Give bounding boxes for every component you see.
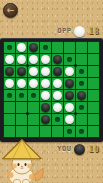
cell-d2[interactable] bbox=[40, 54, 52, 66]
white-disc bbox=[17, 79, 26, 88]
black-disc bbox=[53, 55, 62, 64]
white-disc bbox=[65, 103, 74, 112]
cell-h5[interactable] bbox=[88, 90, 100, 102]
cell-a3[interactable] bbox=[4, 66, 16, 78]
hint-dot bbox=[67, 57, 72, 62]
cell-d5[interactable] bbox=[40, 90, 52, 102]
white-disc bbox=[29, 55, 38, 64]
cell-h6[interactable] bbox=[88, 102, 100, 114]
white-disc bbox=[53, 103, 62, 112]
cell-f4[interactable] bbox=[64, 78, 76, 90]
cell-e3[interactable] bbox=[52, 66, 64, 78]
opponent-label: OPP bbox=[57, 27, 71, 35]
black-disc bbox=[41, 103, 50, 112]
white-disc bbox=[41, 55, 50, 64]
cell-a1[interactable] bbox=[4, 42, 16, 54]
board bbox=[0, 38, 103, 142]
game-screen: ← OPP 18 YOU 10 bbox=[0, 0, 103, 183]
white-disc bbox=[41, 79, 50, 88]
cell-c5[interactable] bbox=[28, 90, 40, 102]
player-score-panel: YOU 10 bbox=[57, 143, 99, 155]
cell-d3[interactable] bbox=[40, 66, 52, 78]
hint-dot bbox=[67, 129, 72, 134]
cell-d6[interactable] bbox=[40, 102, 52, 114]
cell-g3[interactable] bbox=[76, 66, 88, 78]
black-disc bbox=[17, 67, 26, 76]
cell-g5[interactable] bbox=[76, 90, 88, 102]
cell-e7[interactable] bbox=[52, 114, 64, 126]
cell-c4[interactable] bbox=[28, 78, 40, 90]
white-disc bbox=[17, 55, 26, 64]
cell-h8[interactable] bbox=[88, 126, 100, 138]
opponent-score: 18 bbox=[88, 27, 99, 36]
cell-g7[interactable] bbox=[76, 114, 88, 126]
cell-h7[interactable] bbox=[88, 114, 100, 126]
white-disc bbox=[5, 79, 14, 88]
black-disc bbox=[65, 91, 74, 100]
hint-dot bbox=[79, 81, 84, 86]
black-disc-icon bbox=[74, 144, 85, 155]
black-disc bbox=[41, 115, 50, 124]
hint-dot bbox=[43, 45, 48, 50]
cell-f8[interactable] bbox=[64, 126, 76, 138]
black-disc bbox=[65, 79, 74, 88]
black-disc bbox=[29, 43, 38, 52]
back-arrow-icon: ← bbox=[7, 6, 15, 15]
cell-d7[interactable] bbox=[40, 114, 52, 126]
cell-e8[interactable] bbox=[52, 126, 64, 138]
cell-f1[interactable] bbox=[64, 42, 76, 54]
cell-f7[interactable] bbox=[64, 114, 76, 126]
cell-a2[interactable] bbox=[4, 54, 16, 66]
cell-f3[interactable] bbox=[64, 66, 76, 78]
cell-b7[interactable] bbox=[16, 114, 28, 126]
cell-g1[interactable] bbox=[76, 42, 88, 54]
cell-b5[interactable] bbox=[16, 90, 28, 102]
hint-dot bbox=[79, 129, 84, 134]
cell-c1[interactable] bbox=[28, 42, 40, 54]
cell-h4[interactable] bbox=[88, 78, 100, 90]
white-disc bbox=[65, 67, 74, 76]
white-disc bbox=[29, 67, 38, 76]
white-disc bbox=[17, 43, 26, 52]
black-disc bbox=[5, 67, 14, 76]
white-disc bbox=[53, 91, 62, 100]
star-point bbox=[74, 112, 77, 115]
cell-f5[interactable] bbox=[64, 90, 76, 102]
hint-dot bbox=[7, 45, 12, 50]
cell-h3[interactable] bbox=[88, 66, 100, 78]
cell-e6[interactable] bbox=[52, 102, 64, 114]
cell-e4[interactable] bbox=[52, 78, 64, 90]
cell-d1[interactable] bbox=[40, 42, 52, 54]
white-disc bbox=[53, 79, 62, 88]
hint-dot bbox=[79, 69, 84, 74]
white-disc bbox=[41, 91, 50, 100]
star-point bbox=[26, 64, 29, 67]
cell-b3[interactable] bbox=[16, 66, 28, 78]
white-disc bbox=[65, 115, 74, 124]
hint-dot bbox=[31, 93, 36, 98]
white-disc bbox=[5, 55, 14, 64]
white-disc-icon bbox=[74, 26, 85, 37]
black-disc bbox=[77, 91, 86, 100]
white-disc bbox=[41, 67, 50, 76]
player-score: 10 bbox=[88, 145, 99, 154]
cell-e2[interactable] bbox=[52, 54, 64, 66]
cell-e1[interactable] bbox=[52, 42, 64, 54]
hint-dot bbox=[55, 117, 60, 122]
cell-c6[interactable] bbox=[28, 102, 40, 114]
cell-g8[interactable] bbox=[76, 126, 88, 138]
cell-h1[interactable] bbox=[88, 42, 100, 54]
cell-a6[interactable] bbox=[4, 102, 16, 114]
star-point bbox=[26, 112, 29, 115]
cell-a5[interactable] bbox=[4, 90, 16, 102]
cell-g6[interactable] bbox=[76, 102, 88, 114]
star-point bbox=[74, 64, 77, 67]
cell-b4[interactable] bbox=[16, 78, 28, 90]
hint-dot bbox=[19, 93, 24, 98]
cell-h2[interactable] bbox=[88, 54, 100, 66]
cell-c3[interactable] bbox=[28, 66, 40, 78]
cell-c7[interactable] bbox=[28, 114, 40, 126]
opponent-score-panel: OPP 18 bbox=[57, 25, 99, 37]
cell-g2[interactable] bbox=[76, 54, 88, 66]
white-disc bbox=[29, 79, 38, 88]
black-disc bbox=[53, 67, 62, 76]
player-label: YOU bbox=[57, 145, 71, 153]
cell-a7[interactable] bbox=[4, 114, 16, 126]
hint-dot bbox=[79, 105, 84, 110]
cat-mascot bbox=[0, 137, 46, 183]
cell-d4[interactable] bbox=[40, 78, 52, 90]
cell-a4[interactable] bbox=[4, 78, 16, 90]
back-button[interactable]: ← bbox=[3, 3, 18, 18]
cell-e5[interactable] bbox=[52, 90, 64, 102]
board-grid bbox=[3, 41, 100, 138]
cell-c2[interactable] bbox=[28, 54, 40, 66]
cell-b1[interactable] bbox=[16, 42, 28, 54]
cell-g4[interactable] bbox=[76, 78, 88, 90]
hint-dot bbox=[7, 93, 12, 98]
